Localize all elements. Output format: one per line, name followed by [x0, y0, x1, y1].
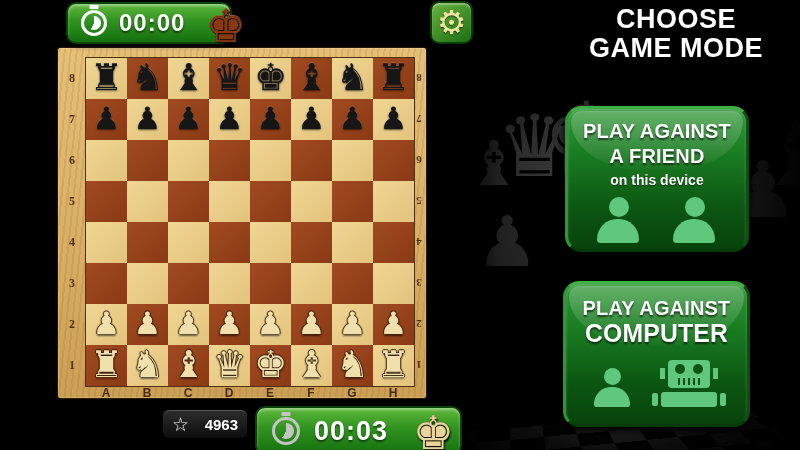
- app-screen: ♝♛♚♟♟♝ 87654321 87654321 ABCDEFGH ♜♞♝♛♚♝…: [0, 0, 800, 450]
- piece-black-pawn[interactable]: ♟: [257, 103, 285, 134]
- piece-black-queen[interactable]: ♛: [213, 59, 246, 96]
- square-d7[interactable]: ♟: [209, 99, 250, 140]
- play-computer-label: PLAY AGAINST COMPUTER: [571, 295, 743, 347]
- rank-label: 2: [58, 304, 86, 345]
- chess-board: 87654321 87654321 ABCDEFGH ♜♞♝♛♚♝♞♜♟♟♟♟♟…: [57, 47, 427, 399]
- rank-label: 3: [412, 263, 426, 304]
- rank-label: 8: [412, 58, 426, 99]
- piece-white-pawn[interactable]: ♟: [216, 308, 244, 339]
- square-h6[interactable]: [373, 140, 414, 181]
- title-line-2: GAME MODE: [589, 33, 763, 63]
- square-b8[interactable]: ♞: [127, 58, 168, 99]
- piece-white-pawn[interactable]: ♟: [175, 308, 203, 339]
- square-h7[interactable]: ♟: [373, 99, 414, 140]
- square-a8[interactable]: ♜: [86, 58, 127, 99]
- play-friend-label: PLAY AGAINST A FRIEND: [572, 118, 741, 168]
- square-d2[interactable]: ♟: [209, 304, 250, 345]
- file-label: A: [86, 387, 127, 400]
- rank-label: 5: [412, 181, 426, 222]
- square-g8[interactable]: ♞: [332, 58, 373, 99]
- square-c5[interactable]: [168, 181, 209, 222]
- piece-white-pawn[interactable]: ♟: [380, 308, 408, 339]
- square-e3[interactable]: [250, 263, 291, 304]
- white-king-icon: ♚: [413, 410, 454, 450]
- square-e8[interactable]: ♚: [250, 58, 291, 99]
- file-label: H: [373, 387, 414, 400]
- settings-button[interactable]: ⚙: [430, 1, 473, 44]
- square-f2[interactable]: ♟: [291, 304, 332, 345]
- square-e1[interactable]: ♚: [250, 345, 291, 386]
- square-d4[interactable]: [209, 222, 250, 263]
- piece-white-queen[interactable]: ♛: [213, 346, 246, 383]
- square-f7[interactable]: ♟: [291, 99, 332, 140]
- square-f1[interactable]: ♝: [291, 345, 332, 386]
- square-e2[interactable]: ♟: [250, 304, 291, 345]
- rank-label: 6: [58, 140, 86, 181]
- square-f8[interactable]: ♝: [291, 58, 332, 99]
- black-king-icon: ♚: [206, 4, 246, 49]
- rank-label: 4: [58, 222, 86, 263]
- square-e7[interactable]: ♟: [250, 99, 291, 140]
- title-line-1: CHOOSE: [616, 4, 736, 34]
- square-h8[interactable]: ♜: [373, 58, 414, 99]
- square-h4[interactable]: [373, 222, 414, 263]
- rank-label: 7: [412, 99, 426, 140]
- piece-white-bishop[interactable]: ♝: [172, 346, 205, 383]
- square-c4[interactable]: [168, 222, 209, 263]
- square-a3[interactable]: [86, 263, 127, 304]
- square-h2[interactable]: ♟: [373, 304, 414, 345]
- piece-white-pawn[interactable]: ♟: [257, 308, 285, 339]
- square-d1[interactable]: ♛: [209, 345, 250, 386]
- rank-label: 1: [58, 345, 86, 386]
- square-a5[interactable]: [86, 181, 127, 222]
- piece-black-rook[interactable]: ♜: [90, 59, 123, 96]
- square-e5[interactable]: [250, 181, 291, 222]
- page-title: CHOOSE GAME MODE: [556, 5, 796, 62]
- board-grid: ♜♞♝♛♚♝♞♜♟♟♟♟♟♟♟♟♟♟♟♟♟♟♟♟♜♞♝♛♚♝♞♜: [86, 58, 414, 386]
- file-label: E: [250, 387, 291, 400]
- piece-black-pawn[interactable]: ♟: [380, 103, 408, 134]
- black-timer-value: 00:00: [119, 9, 185, 37]
- play-against-computer-button[interactable]: PLAY AGAINST COMPUTER: [563, 281, 750, 427]
- black-player-timer: 00:00 ♚: [66, 2, 232, 44]
- square-d6[interactable]: [209, 140, 250, 181]
- square-g4[interactable]: [332, 222, 373, 263]
- square-c3[interactable]: [168, 263, 209, 304]
- file-label: B: [127, 387, 168, 400]
- piece-black-rook[interactable]: ♜: [377, 59, 410, 96]
- square-b3[interactable]: [127, 263, 168, 304]
- square-b4[interactable]: [127, 222, 168, 263]
- piece-black-pawn[interactable]: ♟: [216, 103, 244, 134]
- white-player-timer: 00:03 ♚: [255, 406, 462, 450]
- robot-icon: [658, 360, 720, 407]
- star-icon: ☆: [172, 415, 189, 434]
- person-icon: [673, 197, 717, 243]
- piece-black-pawn[interactable]: ♟: [339, 103, 367, 134]
- piece-white-pawn[interactable]: ♟: [339, 308, 367, 339]
- square-f6[interactable]: [291, 140, 332, 181]
- square-c1[interactable]: ♝: [168, 345, 209, 386]
- piece-black-bishop[interactable]: ♝: [295, 59, 328, 96]
- square-e6[interactable]: [250, 140, 291, 181]
- square-d3[interactable]: [209, 263, 250, 304]
- piece-black-pawn[interactable]: ♟: [134, 103, 162, 134]
- file-label: F: [291, 387, 332, 400]
- piece-black-knight[interactable]: ♞: [131, 59, 164, 96]
- square-h3[interactable]: [373, 263, 414, 304]
- square-a7[interactable]: ♟: [86, 99, 127, 140]
- square-a4[interactable]: [86, 222, 127, 263]
- file-labels: ABCDEFGH: [86, 387, 414, 400]
- square-g2[interactable]: ♟: [332, 304, 373, 345]
- piece-black-pawn[interactable]: ♟: [298, 103, 326, 134]
- person-icon: [594, 368, 632, 407]
- piece-black-pawn[interactable]: ♟: [93, 103, 121, 134]
- square-f3[interactable]: [291, 263, 332, 304]
- square-b7[interactable]: ♟: [127, 99, 168, 140]
- white-timer-value: 00:03: [314, 416, 388, 447]
- square-f5[interactable]: [291, 181, 332, 222]
- play-computer-icons: [566, 360, 747, 407]
- piece-white-knight[interactable]: ♞: [336, 346, 369, 383]
- stopwatch-icon: [81, 10, 107, 36]
- rank-label: 8: [58, 58, 86, 99]
- rank-label: 2: [412, 304, 426, 345]
- piece-white-bishop[interactable]: ♝: [295, 346, 328, 383]
- piece-black-pawn[interactable]: ♟: [175, 103, 203, 134]
- play-friend-subtitle: on this device: [568, 172, 746, 188]
- rank-labels-right: 87654321: [412, 58, 426, 386]
- square-a2[interactable]: ♟: [86, 304, 127, 345]
- rank-labels-left: 87654321: [58, 58, 86, 386]
- square-e4[interactable]: [250, 222, 291, 263]
- square-c8[interactable]: ♝: [168, 58, 209, 99]
- score-value: 4963: [205, 416, 238, 433]
- file-label: C: [168, 387, 209, 400]
- score-badge: ☆ 4963: [162, 409, 248, 439]
- square-f4[interactable]: [291, 222, 332, 263]
- square-g3[interactable]: [332, 263, 373, 304]
- piece-white-pawn[interactable]: ♟: [93, 308, 121, 339]
- rank-label: 6: [412, 140, 426, 181]
- square-a6[interactable]: [86, 140, 127, 181]
- square-g7[interactable]: ♟: [332, 99, 373, 140]
- square-c2[interactable]: ♟: [168, 304, 209, 345]
- square-b5[interactable]: [127, 181, 168, 222]
- piece-black-bishop[interactable]: ♝: [172, 59, 205, 96]
- square-b2[interactable]: ♟: [127, 304, 168, 345]
- gear-icon: ⚙: [437, 6, 467, 39]
- square-d5[interactable]: [209, 181, 250, 222]
- square-b6[interactable]: [127, 140, 168, 181]
- piece-white-pawn[interactable]: ♟: [134, 308, 162, 339]
- piece-white-rook[interactable]: ♜: [90, 346, 123, 383]
- square-c7[interactable]: ♟: [168, 99, 209, 140]
- square-a1[interactable]: ♜: [86, 345, 127, 386]
- file-label: G: [332, 387, 373, 400]
- piece-white-pawn[interactable]: ♟: [298, 308, 326, 339]
- rank-label: 3: [58, 263, 86, 304]
- square-g5[interactable]: [332, 181, 373, 222]
- square-d8[interactable]: ♛: [209, 58, 250, 99]
- piece-black-knight[interactable]: ♞: [336, 59, 369, 96]
- piece-white-knight[interactable]: ♞: [131, 346, 164, 383]
- square-g6[interactable]: [332, 140, 373, 181]
- file-label: D: [209, 387, 250, 400]
- piece-white-king[interactable]: ♚: [254, 346, 287, 383]
- square-h1[interactable]: ♜: [373, 345, 414, 386]
- square-b1[interactable]: ♞: [127, 345, 168, 386]
- play-against-friend-button[interactable]: PLAY AGAINST A FRIEND on this device: [565, 106, 749, 252]
- rank-label: 5: [58, 181, 86, 222]
- square-g1[interactable]: ♞: [332, 345, 373, 386]
- piece-black-king[interactable]: ♚: [254, 59, 287, 96]
- rank-label: 4: [412, 222, 426, 263]
- rank-label: 7: [58, 99, 86, 140]
- piece-white-rook[interactable]: ♜: [377, 346, 410, 383]
- person-icon: [597, 197, 641, 243]
- play-friend-icons: [568, 197, 746, 243]
- stopwatch-icon: [272, 417, 300, 445]
- square-h5[interactable]: [373, 181, 414, 222]
- rank-label: 1: [412, 345, 426, 386]
- square-c6[interactable]: [168, 140, 209, 181]
